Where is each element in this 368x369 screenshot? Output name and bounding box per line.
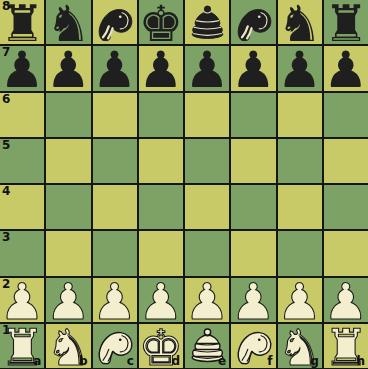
square-a1[interactable]: 1a♜ [0,324,44,368]
rank-label: 6 [2,93,10,106]
square-e7[interactable]: ♟ [185,46,229,90]
square-e5[interactable] [185,139,229,183]
square-e2[interactable]: ♟ [185,278,229,322]
square-a5[interactable]: 5 [0,139,44,183]
square-g2[interactable]: ♟ [278,278,322,322]
square-g4[interactable] [278,185,322,229]
square-f3[interactable] [231,231,275,275]
piece-black-pawn[interactable]: ♟ [93,46,137,90]
square-c8[interactable] [93,0,137,44]
square-c6[interactable] [93,93,137,137]
square-f6[interactable] [231,93,275,137]
piece-black-ferz[interactable] [186,1,229,44]
file-label: f [267,354,272,368]
square-d7[interactable]: ♟ [139,46,183,90]
rank-label: 3 [2,231,10,244]
square-b3[interactable] [46,231,90,275]
piece-black-elephant[interactable] [232,1,275,44]
file-label: g [310,354,319,368]
piece-black-pawn[interactable]: ♟ [324,46,368,90]
file-label: d [171,354,180,368]
chess-board: 8♜♞ ♚ ♞♜7♟♟♟♟♟♟♟♟65432♟♟♟♟♟♟♟♟1a♜b♞c d♚e [0,0,368,369]
square-g7[interactable]: ♟ [278,46,322,90]
square-a7[interactable]: 7♟ [0,46,44,90]
square-f5[interactable] [231,139,275,183]
square-c3[interactable] [93,231,137,275]
square-a8[interactable]: 8♜ [0,0,44,44]
file-label: b [79,354,88,368]
square-g3[interactable] [278,231,322,275]
piece-black-elephant[interactable] [93,1,136,44]
square-h8[interactable]: ♜ [324,0,368,44]
rank-label: 7 [2,46,10,59]
square-f4[interactable] [231,185,275,229]
piece-black-pawn[interactable]: ♟ [139,46,183,90]
square-d2[interactable]: ♟ [139,278,183,322]
piece-black-pawn[interactable]: ♟ [185,46,229,90]
square-h5[interactable] [324,139,368,183]
piece-black-king[interactable]: ♚ [139,0,183,44]
square-h6[interactable] [324,93,368,137]
square-g8[interactable]: ♞ [278,0,322,44]
square-g1[interactable]: g♞ [278,324,322,368]
file-label: h [356,354,365,368]
square-g5[interactable] [278,139,322,183]
square-d8[interactable]: ♚ [139,0,183,44]
square-e8[interactable] [185,0,229,44]
square-e6[interactable] [185,93,229,137]
square-h7[interactable]: ♟ [324,46,368,90]
square-b8[interactable]: ♞ [46,0,90,44]
square-b2[interactable]: ♟ [46,278,90,322]
file-label: c [127,354,134,368]
square-a4[interactable]: 4 [0,185,44,229]
square-f1[interactable]: f [231,324,275,368]
piece-black-knight[interactable]: ♞ [46,0,90,44]
square-c7[interactable]: ♟ [93,46,137,90]
square-f8[interactable] [231,0,275,44]
square-d1[interactable]: d♚ [139,324,183,368]
square-d6[interactable] [139,93,183,137]
piece-white-pawn[interactable]: ♟ [93,278,137,322]
piece-black-pawn[interactable]: ♟ [46,46,90,90]
square-f2[interactable]: ♟ [231,278,275,322]
square-c5[interactable] [93,139,137,183]
square-h3[interactable] [324,231,368,275]
file-label: a [33,354,41,368]
rank-label: 2 [2,278,10,291]
square-a2[interactable]: 2♟ [0,278,44,322]
piece-white-pawn[interactable]: ♟ [278,278,322,322]
square-d3[interactable] [139,231,183,275]
piece-black-knight[interactable]: ♞ [278,0,322,44]
square-f7[interactable]: ♟ [231,46,275,90]
piece-white-pawn[interactable]: ♟ [324,278,368,322]
square-c4[interactable] [93,185,137,229]
square-a6[interactable]: 6 [0,93,44,137]
square-b4[interactable] [46,185,90,229]
rank-label: 5 [2,139,10,152]
piece-black-pawn[interactable]: ♟ [278,46,322,90]
piece-black-rook[interactable]: ♜ [324,0,368,44]
piece-white-pawn[interactable]: ♟ [139,278,183,322]
square-g6[interactable] [278,93,322,137]
square-d5[interactable] [139,139,183,183]
piece-white-pawn[interactable]: ♟ [185,278,229,322]
square-c1[interactable]: c [93,324,137,368]
file-label: e [218,354,226,368]
square-e3[interactable] [185,231,229,275]
rank-label: 1 [2,324,10,337]
square-d4[interactable] [139,185,183,229]
square-b6[interactable] [46,93,90,137]
piece-white-pawn[interactable]: ♟ [46,278,90,322]
square-h2[interactable]: ♟ [324,278,368,322]
rank-label: 8 [2,0,10,13]
square-h4[interactable] [324,185,368,229]
square-a3[interactable]: 3 [0,231,44,275]
square-e4[interactable] [185,185,229,229]
piece-black-pawn[interactable]: ♟ [231,46,275,90]
rank-label: 4 [2,185,10,198]
square-e1[interactable]: e [185,324,229,368]
square-c2[interactable]: ♟ [93,278,137,322]
square-b5[interactable] [46,139,90,183]
square-b1[interactable]: b♞ [46,324,90,368]
square-b7[interactable]: ♟ [46,46,90,90]
square-h1[interactable]: h♜ [324,324,368,368]
piece-white-pawn[interactable]: ♟ [231,278,275,322]
